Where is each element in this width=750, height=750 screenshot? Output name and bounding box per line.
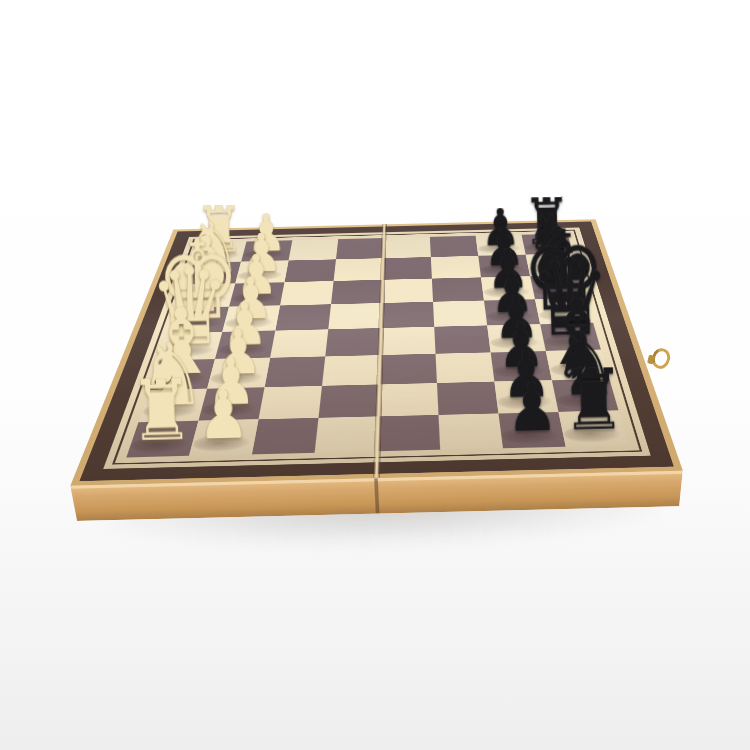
perspective-container: ♜♟♟♜♞♟♟♞♝♟♟♝♚♟♟♚♛♟♟♛♝♟♟♝♞♟♟♞♜♟♟♜ xyxy=(0,0,750,750)
square-a7[interactable]: ♟ xyxy=(499,412,566,448)
square-a6[interactable] xyxy=(439,413,503,449)
square-h4[interactable] xyxy=(336,238,384,259)
square-a3[interactable] xyxy=(252,418,319,454)
square-g5[interactable] xyxy=(383,257,432,280)
square-d4[interactable] xyxy=(325,328,381,356)
black-pawn-a7[interactable]: ♟ xyxy=(505,381,558,435)
square-b5[interactable] xyxy=(378,383,438,416)
square-e6[interactable] xyxy=(433,301,487,327)
square-e5[interactable] xyxy=(381,302,434,328)
square-a4[interactable] xyxy=(315,416,379,452)
black-rook-a8[interactable]: ♜ xyxy=(560,366,625,433)
square-f5[interactable] xyxy=(382,279,433,303)
square-c5[interactable] xyxy=(379,354,436,385)
square-e3[interactable] xyxy=(275,304,331,330)
square-a2[interactable]: ♟ xyxy=(189,419,258,456)
square-a1[interactable]: ♜ xyxy=(126,421,198,458)
square-c6[interactable] xyxy=(436,352,495,383)
square-b6[interactable] xyxy=(437,382,499,415)
square-c4[interactable] xyxy=(322,355,380,386)
square-a8[interactable]: ♜ xyxy=(559,410,629,446)
square-f3[interactable] xyxy=(280,281,334,306)
brass-clasp xyxy=(645,343,671,373)
product-photo-background: ♜♟♟♜♞♟♟♞♝♟♟♝♚♟♟♚♛♟♟♛♝♟♟♝♞♟♟♞♜♟♟♜ xyxy=(0,0,750,750)
square-c3[interactable] xyxy=(265,356,326,387)
square-d6[interactable] xyxy=(434,325,490,353)
camera-tilt-wrapper: ♜♟♟♜♞♟♟♞♝♟♟♝♚♟♟♚♛♟♟♛♝♟♟♝♞♟♟♞♜♟♟♜ xyxy=(0,0,750,750)
square-g3[interactable] xyxy=(284,259,336,282)
square-b3[interactable] xyxy=(258,386,322,419)
square-a5[interactable] xyxy=(377,415,440,451)
square-b4[interactable] xyxy=(318,384,379,417)
white-rook-a1[interactable]: ♜ xyxy=(128,377,193,444)
chess-board: ♜♟♟♜♞♟♟♞♝♟♟♝♚♟♟♚♛♟♟♛♝♟♟♝♞♟♟♞♜♟♟♜ xyxy=(70,219,683,486)
square-h3[interactable] xyxy=(289,239,339,260)
square-g4[interactable] xyxy=(334,258,384,281)
square-e4[interactable] xyxy=(328,303,382,329)
square-f6[interactable] xyxy=(432,277,484,301)
square-f4[interactable] xyxy=(331,280,383,304)
white-pawn-a2[interactable]: ♟ xyxy=(197,388,250,442)
square-h6[interactable] xyxy=(430,236,478,257)
